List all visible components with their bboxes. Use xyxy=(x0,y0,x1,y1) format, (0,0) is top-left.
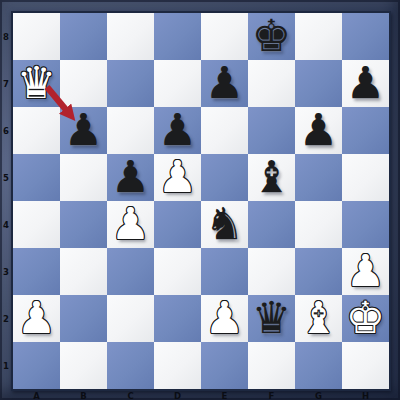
square-d5[interactable]: ♟ xyxy=(154,154,201,201)
square-a2[interactable]: ♟ xyxy=(13,295,60,342)
square-f3[interactable] xyxy=(248,248,295,295)
board-border: ♚♛♟♟♟♟♟♟♟♝♟♞♟♟♟♛♝♚ xyxy=(11,11,391,391)
rank-label-3: 3 xyxy=(1,248,11,295)
square-h4[interactable] xyxy=(342,201,389,248)
square-d2[interactable] xyxy=(154,295,201,342)
square-g3[interactable] xyxy=(295,248,342,295)
file-label-e: E xyxy=(201,391,248,400)
square-d1[interactable] xyxy=(154,342,201,389)
rank-label-6: 6 xyxy=(1,107,11,154)
square-f8[interactable]: ♚ xyxy=(248,13,295,60)
square-f5[interactable]: ♝ xyxy=(248,154,295,201)
square-b1[interactable] xyxy=(60,342,107,389)
file-label-g: G xyxy=(295,391,342,400)
white-queen-a7[interactable]: ♛ xyxy=(17,59,56,106)
white-pawn-h3[interactable]: ♟ xyxy=(346,247,385,294)
black-pawn-b6[interactable]: ♟ xyxy=(64,106,103,153)
square-g2[interactable]: ♝ xyxy=(295,295,342,342)
square-b6[interactable]: ♟ xyxy=(60,107,107,154)
file-label-h: H xyxy=(342,391,389,400)
square-f6[interactable] xyxy=(248,107,295,154)
rank-label-2: 2 xyxy=(1,295,11,342)
square-e4[interactable]: ♞ xyxy=(201,201,248,248)
square-a3[interactable] xyxy=(13,248,60,295)
white-pawn-c4[interactable]: ♟ xyxy=(111,200,150,247)
black-pawn-c5[interactable]: ♟ xyxy=(111,153,150,200)
square-b5[interactable] xyxy=(60,154,107,201)
square-h5[interactable] xyxy=(342,154,389,201)
black-king-f8[interactable]: ♚ xyxy=(252,12,291,59)
square-c2[interactable] xyxy=(107,295,154,342)
square-a6[interactable] xyxy=(13,107,60,154)
black-pawn-d6[interactable]: ♟ xyxy=(158,106,197,153)
square-h3[interactable]: ♟ xyxy=(342,248,389,295)
square-b3[interactable] xyxy=(60,248,107,295)
square-g6[interactable]: ♟ xyxy=(295,107,342,154)
white-king-h2[interactable]: ♚ xyxy=(346,294,385,341)
square-b2[interactable] xyxy=(60,295,107,342)
square-h7[interactable]: ♟ xyxy=(342,60,389,107)
black-bishop-f5[interactable]: ♝ xyxy=(252,153,291,200)
square-g7[interactable] xyxy=(295,60,342,107)
square-c4[interactable]: ♟ xyxy=(107,201,154,248)
square-c3[interactable] xyxy=(107,248,154,295)
square-h2[interactable]: ♚ xyxy=(342,295,389,342)
rank-label-4: 4 xyxy=(1,201,11,248)
square-g8[interactable] xyxy=(295,13,342,60)
square-b7[interactable] xyxy=(60,60,107,107)
file-label-c: C xyxy=(107,391,154,400)
square-a7[interactable]: ♛ xyxy=(13,60,60,107)
square-e5[interactable] xyxy=(201,154,248,201)
square-f2[interactable]: ♛ xyxy=(248,295,295,342)
white-pawn-d5[interactable]: ♟ xyxy=(158,153,197,200)
square-e1[interactable] xyxy=(201,342,248,389)
square-d6[interactable]: ♟ xyxy=(154,107,201,154)
square-a4[interactable] xyxy=(13,201,60,248)
file-label-a: A xyxy=(13,391,60,400)
rank-label-1: 1 xyxy=(1,342,11,389)
square-c5[interactable]: ♟ xyxy=(107,154,154,201)
square-c6[interactable] xyxy=(107,107,154,154)
white-pawn-e2[interactable]: ♟ xyxy=(205,294,244,341)
square-h1[interactable] xyxy=(342,342,389,389)
square-g1[interactable] xyxy=(295,342,342,389)
file-label-b: B xyxy=(60,391,107,400)
white-pawn-a2[interactable]: ♟ xyxy=(17,294,56,341)
square-h6[interactable] xyxy=(342,107,389,154)
square-a5[interactable] xyxy=(13,154,60,201)
square-f4[interactable] xyxy=(248,201,295,248)
black-queen-f2[interactable]: ♛ xyxy=(252,294,291,341)
square-d4[interactable] xyxy=(154,201,201,248)
black-knight-e4[interactable]: ♞ xyxy=(205,200,244,247)
file-label-d: D xyxy=(154,391,201,400)
square-d8[interactable] xyxy=(154,13,201,60)
square-e8[interactable] xyxy=(201,13,248,60)
black-pawn-e7[interactable]: ♟ xyxy=(205,59,244,106)
square-c8[interactable] xyxy=(107,13,154,60)
black-pawn-h7[interactable]: ♟ xyxy=(346,59,385,106)
square-e3[interactable] xyxy=(201,248,248,295)
square-a1[interactable] xyxy=(13,342,60,389)
chessboard-frame: 87654321 ABCDEFGH ♚♛♟♟♟♟♟♟♟♝♟♞♟♟♟♛♝♚ xyxy=(0,0,400,400)
square-c1[interactable] xyxy=(107,342,154,389)
square-b4[interactable] xyxy=(60,201,107,248)
rank-label-8: 8 xyxy=(1,13,11,60)
rank-label-7: 7 xyxy=(1,60,11,107)
square-e6[interactable] xyxy=(201,107,248,154)
file-label-f: F xyxy=(248,391,295,400)
white-bishop-g2[interactable]: ♝ xyxy=(299,294,338,341)
square-e7[interactable]: ♟ xyxy=(201,60,248,107)
square-g4[interactable] xyxy=(295,201,342,248)
square-a8[interactable] xyxy=(13,13,60,60)
square-d3[interactable] xyxy=(154,248,201,295)
square-g5[interactable] xyxy=(295,154,342,201)
black-pawn-g6[interactable]: ♟ xyxy=(299,106,338,153)
square-h8[interactable] xyxy=(342,13,389,60)
square-b8[interactable] xyxy=(60,13,107,60)
square-f7[interactable] xyxy=(248,60,295,107)
square-d7[interactable] xyxy=(154,60,201,107)
square-e2[interactable]: ♟ xyxy=(201,295,248,342)
square-f1[interactable] xyxy=(248,342,295,389)
rank-label-5: 5 xyxy=(1,154,11,201)
chess-board: ♚♛♟♟♟♟♟♟♟♝♟♞♟♟♟♛♝♚ xyxy=(13,13,389,389)
square-c7[interactable] xyxy=(107,60,154,107)
